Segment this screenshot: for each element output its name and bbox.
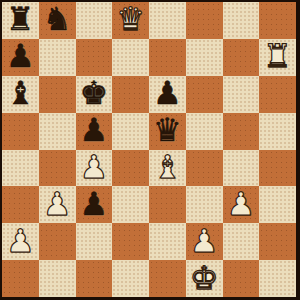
square-b7[interactable]: [39, 39, 76, 76]
square-c8[interactable]: [76, 2, 113, 39]
square-c2[interactable]: [76, 223, 113, 260]
square-c1[interactable]: [76, 260, 113, 297]
white-pawn: ♟: [190, 223, 219, 258]
square-f4[interactable]: [186, 150, 223, 187]
white-pawn: ♟: [227, 186, 256, 221]
square-g6[interactable]: [223, 76, 260, 113]
white-bishop: ♝: [153, 150, 182, 185]
white-pawn: ♟: [80, 150, 109, 185]
white-queen: ♛: [116, 2, 145, 37]
square-a6[interactable]: ♝: [2, 76, 39, 113]
black-bishop: ♝: [6, 76, 35, 111]
square-h4[interactable]: [259, 150, 296, 187]
square-h8[interactable]: [259, 2, 296, 39]
square-h2[interactable]: [259, 223, 296, 260]
square-e4[interactable]: ♝: [149, 150, 186, 187]
square-b3[interactable]: ♟: [39, 186, 76, 223]
white-pawn: ♟: [6, 223, 35, 258]
square-b6[interactable]: [39, 76, 76, 113]
square-a5[interactable]: [2, 113, 39, 150]
chess-board: ♜♞♛♟♜♝♚♟♟♛♟♝♟♟♟♟♟♚: [0, 0, 300, 300]
square-b5[interactable]: [39, 113, 76, 150]
square-e8[interactable]: [149, 2, 186, 39]
white-pawn: ♟: [43, 186, 72, 221]
black-king: ♚: [80, 76, 109, 111]
square-a4[interactable]: [2, 150, 39, 187]
square-e5[interactable]: ♛: [149, 113, 186, 150]
white-rook: ♜: [263, 39, 292, 74]
square-g5[interactable]: [223, 113, 260, 150]
square-f1[interactable]: ♚: [186, 260, 223, 297]
square-b8[interactable]: ♞: [39, 2, 76, 39]
square-g2[interactable]: [223, 223, 260, 260]
square-c6[interactable]: ♚: [76, 76, 113, 113]
square-b1[interactable]: [39, 260, 76, 297]
square-f8[interactable]: [186, 2, 223, 39]
white-king: ♚: [190, 260, 219, 295]
square-g1[interactable]: [223, 260, 260, 297]
square-a7[interactable]: ♟: [2, 39, 39, 76]
square-d5[interactable]: [112, 113, 149, 150]
chess-board-frame: ♜♞♛♟♜♝♚♟♟♛♟♝♟♟♟♟♟♚: [0, 0, 300, 300]
square-d6[interactable]: [112, 76, 149, 113]
square-d4[interactable]: [112, 150, 149, 187]
square-h7[interactable]: ♜: [259, 39, 296, 76]
square-f2[interactable]: ♟: [186, 223, 223, 260]
square-a3[interactable]: [2, 186, 39, 223]
square-e2[interactable]: [149, 223, 186, 260]
square-d7[interactable]: [112, 39, 149, 76]
square-h5[interactable]: [259, 113, 296, 150]
black-pawn: ♟: [6, 39, 35, 74]
square-d3[interactable]: [112, 186, 149, 223]
square-d8[interactable]: ♛: [112, 2, 149, 39]
square-b4[interactable]: [39, 150, 76, 187]
black-pawn: ♟: [80, 113, 109, 148]
square-e7[interactable]: [149, 39, 186, 76]
square-c3[interactable]: ♟: [76, 186, 113, 223]
black-pawn: ♟: [153, 76, 182, 111]
black-rook: ♜: [6, 2, 35, 37]
square-f7[interactable]: [186, 39, 223, 76]
square-f6[interactable]: [186, 76, 223, 113]
square-a2[interactable]: ♟: [2, 223, 39, 260]
square-d2[interactable]: [112, 223, 149, 260]
square-g7[interactable]: [223, 39, 260, 76]
square-f3[interactable]: [186, 186, 223, 223]
square-c7[interactable]: [76, 39, 113, 76]
square-e1[interactable]: [149, 260, 186, 297]
square-h6[interactable]: [259, 76, 296, 113]
square-g4[interactable]: [223, 150, 260, 187]
black-knight: ♞: [43, 2, 72, 37]
square-a1[interactable]: [2, 260, 39, 297]
black-pawn: ♟: [80, 186, 109, 221]
square-g8[interactable]: [223, 2, 260, 39]
square-e3[interactable]: [149, 186, 186, 223]
square-a8[interactable]: ♜: [2, 2, 39, 39]
square-c4[interactable]: ♟: [76, 150, 113, 187]
square-f5[interactable]: [186, 113, 223, 150]
square-d1[interactable]: [112, 260, 149, 297]
square-b2[interactable]: [39, 223, 76, 260]
square-h3[interactable]: [259, 186, 296, 223]
square-g3[interactable]: ♟: [223, 186, 260, 223]
square-e6[interactable]: ♟: [149, 76, 186, 113]
square-h1[interactable]: [259, 260, 296, 297]
square-c5[interactable]: ♟: [76, 113, 113, 150]
black-queen: ♛: [153, 113, 182, 148]
